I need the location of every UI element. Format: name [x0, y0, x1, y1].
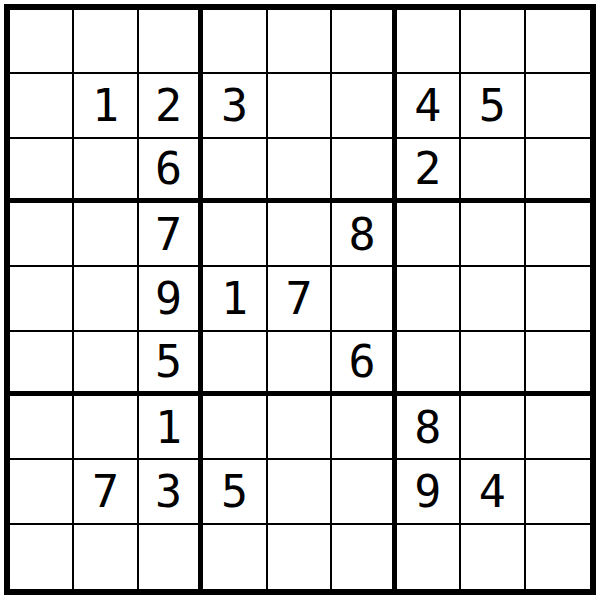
cell-r9c1[interactable]	[10, 525, 74, 589]
cell-r9c4[interactable]	[203, 525, 267, 589]
cell-r8c7[interactable]: 9	[397, 460, 461, 524]
cell-r4c1[interactable]	[10, 203, 74, 267]
cell-r6c4[interactable]	[203, 332, 267, 396]
cell-r5c6[interactable]	[332, 267, 396, 331]
cell-r5c3[interactable]: 9	[139, 267, 203, 331]
cell-r8c9[interactable]	[526, 460, 590, 524]
cell-r4c2[interactable]	[74, 203, 138, 267]
cell-r8c1[interactable]	[10, 460, 74, 524]
cell-r1c1[interactable]	[10, 10, 74, 74]
cell-r7c6[interactable]	[332, 396, 396, 460]
cell-r7c1[interactable]	[10, 396, 74, 460]
cell-r7c2[interactable]	[74, 396, 138, 460]
cell-r5c9[interactable]	[526, 267, 590, 331]
cell-r6c5[interactable]	[268, 332, 332, 396]
cell-r1c9[interactable]	[526, 10, 590, 74]
cell-r2c6[interactable]	[332, 74, 396, 138]
cell-r3c8[interactable]	[461, 139, 525, 203]
cell-r1c8[interactable]	[461, 10, 525, 74]
cell-r1c4[interactable]	[203, 10, 267, 74]
cell-r1c2[interactable]	[74, 10, 138, 74]
cell-r1c3[interactable]	[139, 10, 203, 74]
cell-r4c3[interactable]: 7	[139, 203, 203, 267]
cell-r3c1[interactable]	[10, 139, 74, 203]
cell-r6c7[interactable]	[397, 332, 461, 396]
cell-r3c2[interactable]	[74, 139, 138, 203]
cell-r4c9[interactable]	[526, 203, 590, 267]
cell-r8c5[interactable]	[268, 460, 332, 524]
cell-r9c5[interactable]	[268, 525, 332, 589]
cell-r6c8[interactable]	[461, 332, 525, 396]
cell-r9c2[interactable]	[74, 525, 138, 589]
cell-r5c5[interactable]: 7	[268, 267, 332, 331]
cell-r9c9[interactable]	[526, 525, 590, 589]
cell-r9c8[interactable]	[461, 525, 525, 589]
cell-r4c6[interactable]: 8	[332, 203, 396, 267]
cell-r3c9[interactable]	[526, 139, 590, 203]
cell-r6c3[interactable]: 5	[139, 332, 203, 396]
cell-r2c7[interactable]: 4	[397, 74, 461, 138]
cell-r6c2[interactable]	[74, 332, 138, 396]
cell-r7c8[interactable]	[461, 396, 525, 460]
cell-r2c8[interactable]: 5	[461, 74, 525, 138]
cell-r2c1[interactable]	[10, 74, 74, 138]
cell-r1c7[interactable]	[397, 10, 461, 74]
cell-r1c6[interactable]	[332, 10, 396, 74]
cell-r5c4[interactable]: 1	[203, 267, 267, 331]
cell-r7c4[interactable]	[203, 396, 267, 460]
cell-r4c4[interactable]	[203, 203, 267, 267]
cell-r7c3[interactable]: 1	[139, 396, 203, 460]
cell-r3c7[interactable]: 2	[397, 139, 461, 203]
cell-r5c2[interactable]	[74, 267, 138, 331]
cell-r4c5[interactable]	[268, 203, 332, 267]
cell-r4c7[interactable]	[397, 203, 461, 267]
cell-r7c7[interactable]: 8	[397, 396, 461, 460]
cell-r3c4[interactable]	[203, 139, 267, 203]
cell-r7c5[interactable]	[268, 396, 332, 460]
cell-r8c3[interactable]: 3	[139, 460, 203, 524]
cell-r9c6[interactable]	[332, 525, 396, 589]
cell-r6c6[interactable]: 6	[332, 332, 396, 396]
cell-r6c9[interactable]	[526, 332, 590, 396]
cell-r5c7[interactable]	[397, 267, 461, 331]
cell-r2c9[interactable]	[526, 74, 590, 138]
cell-r7c9[interactable]	[526, 396, 590, 460]
cell-r5c8[interactable]	[461, 267, 525, 331]
cell-r5c1[interactable]	[10, 267, 74, 331]
cell-r8c6[interactable]	[332, 460, 396, 524]
cell-r2c4[interactable]: 3	[203, 74, 267, 138]
cell-r2c5[interactable]	[268, 74, 332, 138]
sudoku-board: 123456278917561873594	[4, 4, 596, 595]
cell-r1c5[interactable]	[268, 10, 332, 74]
cell-r9c7[interactable]	[397, 525, 461, 589]
cell-r8c4[interactable]: 5	[203, 460, 267, 524]
cell-r2c3[interactable]: 2	[139, 74, 203, 138]
cell-r6c1[interactable]	[10, 332, 74, 396]
cell-r8c2[interactable]: 7	[74, 460, 138, 524]
cell-r3c3[interactable]: 6	[139, 139, 203, 203]
cell-r2c2[interactable]: 1	[74, 74, 138, 138]
cell-r8c8[interactable]: 4	[461, 460, 525, 524]
cell-r4c8[interactable]	[461, 203, 525, 267]
cell-r3c6[interactable]	[332, 139, 396, 203]
cell-r9c3[interactable]	[139, 525, 203, 589]
cell-r3c5[interactable]	[268, 139, 332, 203]
